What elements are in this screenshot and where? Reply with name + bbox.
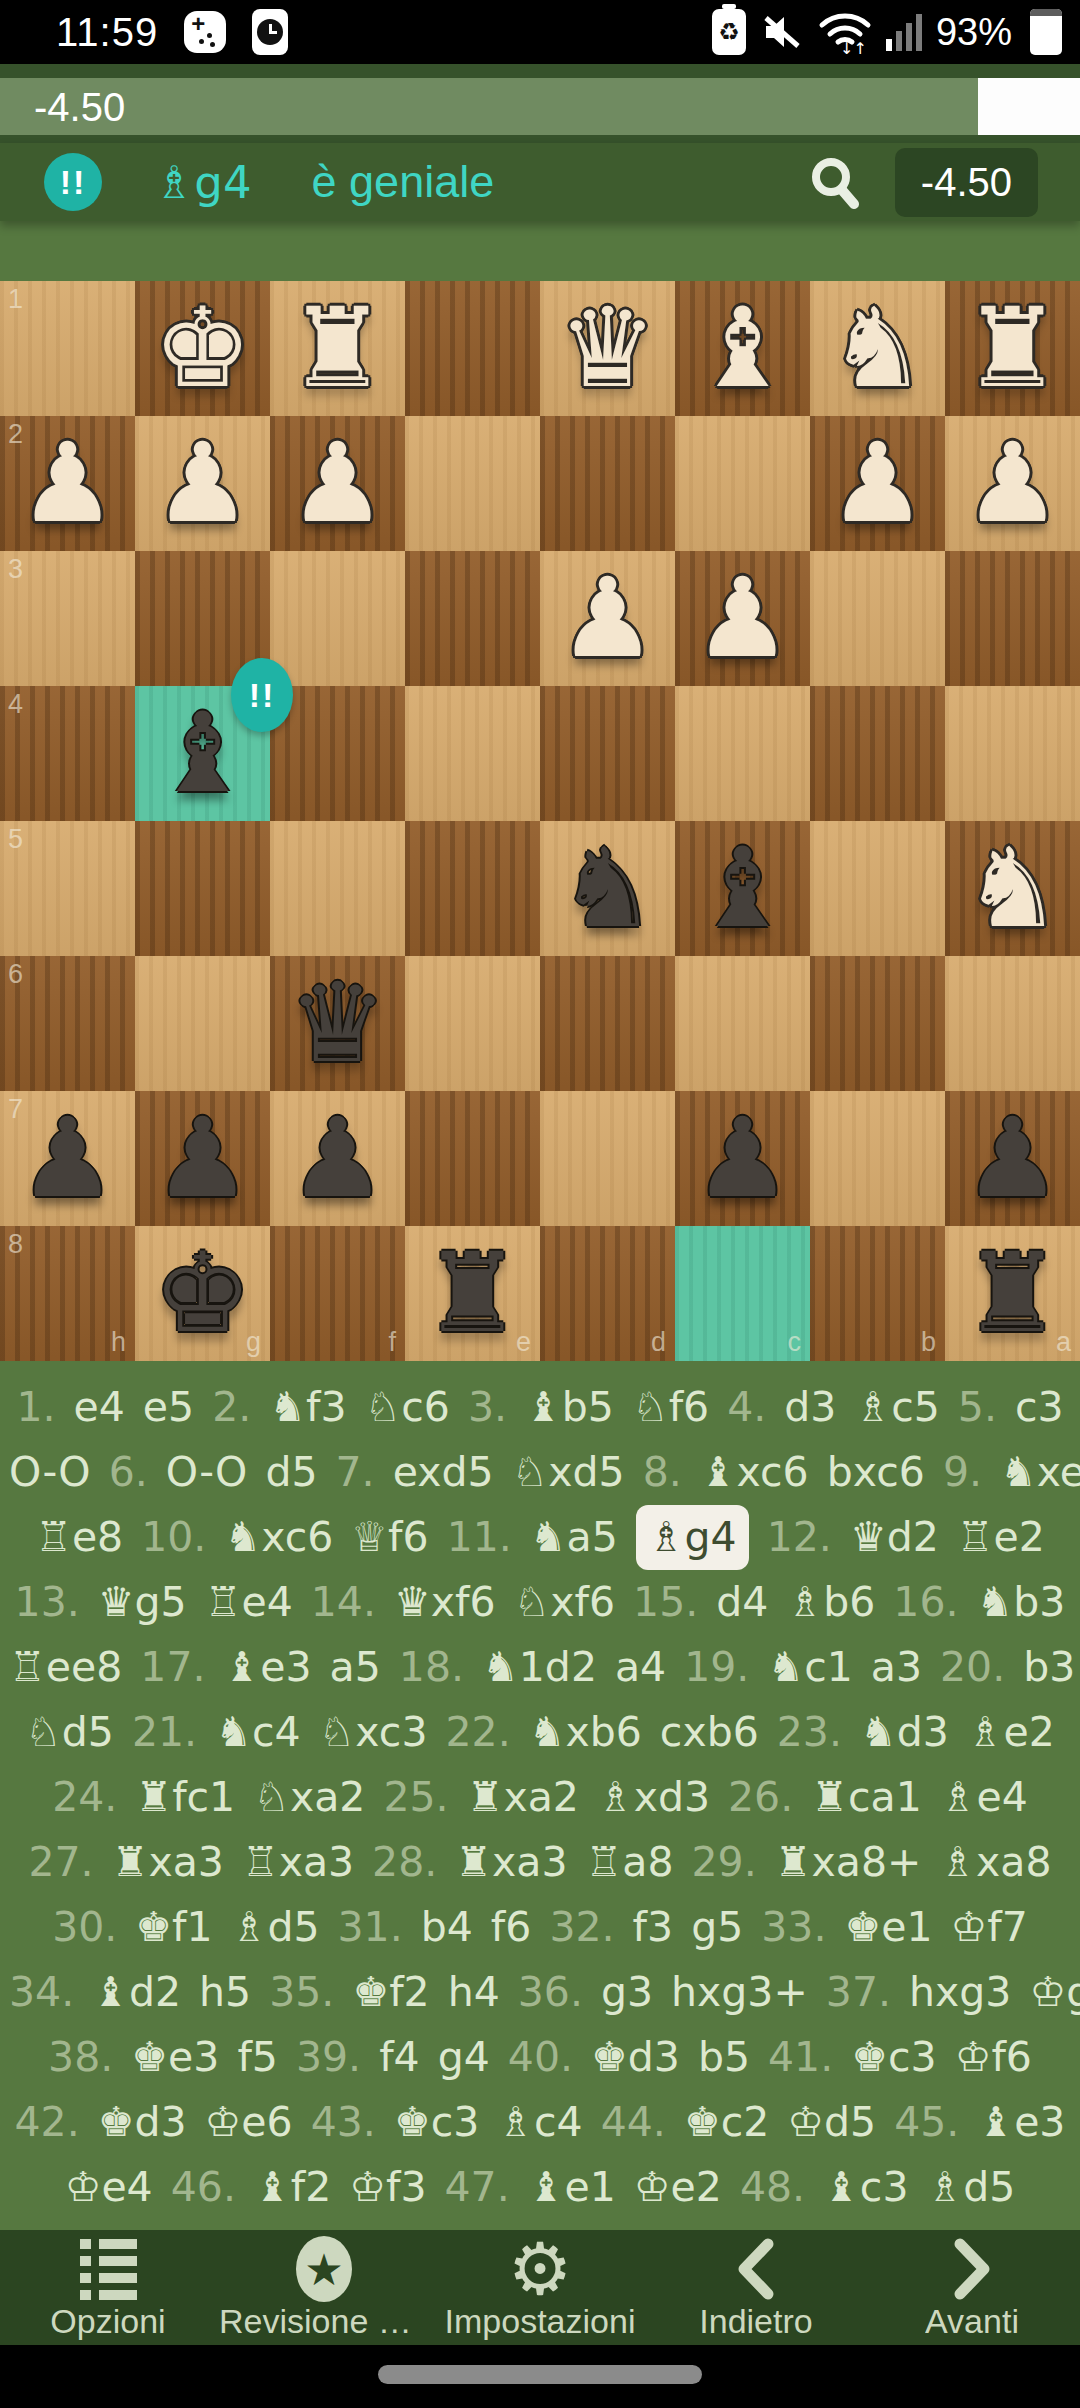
file-label: g [246,1327,261,1358]
move-token[interactable]: ♜xa8+ [775,1830,922,1895]
gear-icon: ⚙ [508,2238,573,2300]
move-token[interactable]: ♞f3 [269,1375,346,1440]
move-token[interactable]: ♞c4 [215,1700,300,1765]
move-number: 26. [728,1765,793,1830]
svg-text:↓↑: ↓↑ [840,39,867,55]
move-line: 24.♜fc1♘xa225.♜xa2♗xd326.♜ca1♗e4 [0,1765,1080,1830]
move-token[interactable]: ♞xe5 [1000,1440,1080,1505]
square-a4[interactable] [945,686,1080,821]
square-b7[interactable] [810,1091,945,1226]
square-c4[interactable] [675,686,810,821]
square-h3[interactable]: 3 [0,551,135,686]
square-g8[interactable]: g♚ [135,1226,270,1361]
move-token[interactable]: d3 [784,1375,836,1440]
move-token[interactable]: ♔f3 [349,2155,426,2220]
white-pawn-f2: ♟ [270,416,405,551]
move-number: 1. [16,1375,55,1440]
move-token[interactable]: ♔f6 [955,2025,1032,2090]
square-d3[interactable]: ♟ [540,551,675,686]
move-number: 23. [777,1700,842,1765]
nav-options-button[interactable]: Opzioni [0,2230,216,2345]
square-g2[interactable]: ♟ [135,416,270,551]
move-token[interactable]: ♘d5 [25,1700,114,1765]
move-number: 40. [508,2025,573,2090]
current-move-text: ♗g4 [154,156,252,209]
battery-icon [1030,9,1062,55]
move-token[interactable]: e4 [74,1375,125,1440]
move-token[interactable]: ♔d5 [787,2090,876,2155]
move-token[interactable]: ♝e1 [528,2155,616,2220]
white-rook-a1: ♜ [945,281,1080,416]
square-a1[interactable]: ♜ [945,281,1080,416]
move-token[interactable]: ♝b5 [525,1375,614,1440]
chevron-right-icon [952,2238,992,2300]
move-token[interactable]: b4 [421,1895,473,1960]
move-token[interactable]: ♚e3 [131,2025,219,2090]
black-pawn-f7: ♟ [270,1091,405,1226]
nav-game-review-button[interactable]: ★ Revisione part… [216,2230,432,2345]
square-d5[interactable]: ♞ [540,821,675,956]
move-number: 31. [338,1895,403,1960]
black-pawn-c7: ♟ [675,1091,810,1226]
home-indicator[interactable] [378,2365,702,2384]
move-comment-text: è geniale [312,156,495,208]
square-b1[interactable]: ♞ [810,281,945,416]
clock-text: 11:59 [56,10,158,55]
move-token[interactable]: ♖e8 [35,1505,123,1570]
move-token[interactable]: ♞xb6 [529,1700,642,1765]
square-b6[interactable] [810,956,945,1091]
square-d4[interactable] [540,686,675,821]
move-number: 36. [518,1960,583,2025]
move-token[interactable]: ♝xc6 [700,1440,809,1505]
mute-icon [760,10,804,54]
move-token[interactable]: b3 [1023,1635,1075,1700]
square-h2[interactable]: 2♟ [0,416,135,551]
move-token[interactable]: cxb6 [660,1700,759,1765]
rank-label: 3 [8,554,23,585]
file-label: d [651,1327,666,1358]
move-token[interactable]: e5 [143,1375,194,1440]
move-number: 18. [399,1635,464,1700]
square-g6[interactable] [135,956,270,1091]
move-number: 27. [28,1830,93,1895]
move-token[interactable]: ♗b6 [786,1570,875,1635]
square-f5[interactable] [270,821,405,956]
move-token[interactable]: exd5 [393,1440,494,1505]
square-h5[interactable]: 5 [0,821,135,956]
move-token[interactable]: ♔e4 [65,2155,153,2220]
square-a6[interactable] [945,956,1080,1091]
move-number: 30. [52,1895,117,1960]
move-token[interactable]: ♘xa2 [253,1765,365,1830]
move-line: ♔e446.♝f2♔f347.♝e1♔e248.♝c3♗d5 [0,2155,1080,2220]
clock-notification-icon [252,9,288,55]
rank-label: 5 [8,824,23,855]
move-line: 13.♛g5♖e414.♛xf6♘xf615.d4♗b616.♞b3 [0,1570,1080,1635]
move-number: 29. [692,1830,757,1895]
rank-label: 4 [8,689,23,720]
move-annotation-header: !! ♗g4 è geniale -4.50 [0,143,1080,221]
white-pawn-d3: ♟ [540,551,675,686]
move-token[interactable]: ♗e4 [940,1765,1028,1830]
square-c7[interactable]: ♟ [675,1091,810,1226]
move-number: 19. [684,1635,749,1700]
move-token[interactable]: ♗xa8 [939,1830,1051,1895]
signal-icon [886,13,922,51]
move-token[interactable]: ♞c1 [767,1635,852,1700]
move-token[interactable]: ♜fc1 [135,1765,235,1830]
black-pawn-g7: ♟ [135,1091,270,1226]
move-token[interactable]: g3 [601,1960,653,2025]
move-number: 44. [601,2090,666,2155]
move-token[interactable]: ♔e2 [634,2155,722,2220]
move-number: 13. [15,1570,80,1635]
square-f3[interactable] [270,551,405,686]
square-e7[interactable] [405,1091,540,1226]
move-token[interactable]: c3 [1015,1375,1064,1440]
square-d8[interactable]: d [540,1226,675,1361]
white-pawn-b2: ♟ [810,416,945,551]
move-number: 45. [894,2090,959,2155]
system-home-bar [0,2345,1080,2408]
move-number: 42. [15,2090,80,2155]
evaluation-white-segment [978,78,1080,135]
move-token[interactable]: a3 [871,1635,922,1700]
move-token[interactable]: f6 [491,1895,532,1960]
bottom-nav: Opzioni ★ Revisione part… ⚙ Impostazioni… [0,2230,1080,2345]
battery-percent-text: 93% [936,11,1012,54]
move-token[interactable]: ♞xc6 [224,1505,333,1570]
brilliant-move-badge-icon: !! [44,153,102,211]
move-token[interactable]: f4 [379,2025,420,2090]
move-token[interactable]: ♗xd3 [597,1765,710,1830]
move-line: ♘d521.♞c4♘xc322.♞xb6cxb623.♞d3♗e2 [0,1700,1080,1765]
move-number: 24. [52,1765,117,1830]
file-label: b [921,1327,936,1358]
move-token[interactable]: ♗c5 [854,1375,939,1440]
white-pawn-a2: ♟ [945,416,1080,551]
file-label: f [388,1327,396,1358]
move-number: 11. [447,1505,512,1570]
file-label: a [1056,1327,1071,1358]
current-move-highlight[interactable]: ♗g4 [636,1505,749,1570]
move-number: 16. [893,1570,958,1635]
star-circle-icon: ★ [296,2236,352,2302]
white-king-g1: ♚ [135,281,270,416]
square-d7[interactable] [540,1091,675,1226]
file-label: c [788,1327,802,1358]
square-g5[interactable] [135,821,270,956]
square-e8[interactable]: e♜ [405,1226,540,1361]
move-token[interactable]: ♞1d2 [482,1635,597,1700]
move-token[interactable]: ♔f7 [951,1895,1028,1960]
move-token[interactable]: a5 [330,1635,381,1700]
move-token[interactable]: ♝e3 [977,2090,1065,2155]
game-notification-icon: + [184,11,226,53]
list-icon [80,2239,137,2300]
square-c3[interactable]: ♟ [675,551,810,686]
square-h1[interactable]: 1 [0,281,135,416]
square-h8[interactable]: 8h [0,1226,135,1361]
white-pawn-g2: ♟ [135,416,270,551]
move-number: 47. [445,2155,510,2220]
move-token[interactable]: ♗e2 [967,1700,1055,1765]
move-number: 35. [269,1960,334,2025]
move-token[interactable]: ♚c3 [851,2025,936,2090]
move-line: 1.e4e52.♞f3♘c63.♝b5♘f64.d3♗c55.c3 [0,1375,1080,1440]
move-token[interactable]: ♘f6 [632,1375,709,1440]
square-g7[interactable]: ♟ [135,1091,270,1226]
move-token[interactable]: ♘xf6 [514,1570,616,1635]
square-c6[interactable] [675,956,810,1091]
move-token[interactable]: O-O [9,1440,91,1505]
square-e6[interactable] [405,956,540,1091]
square-h7[interactable]: 7♟ [0,1091,135,1226]
move-token[interactable]: ♕f6 [351,1505,428,1570]
move-token[interactable]: ♝f2 [254,2155,331,2220]
move-number: 17. [140,1635,205,1700]
move-token[interactable]: ♘xd5 [512,1440,625,1505]
move-token[interactable]: h4 [448,1960,500,2025]
file-label: e [516,1327,531,1358]
move-number: 43. [311,2090,376,2155]
move-number: 38. [48,2025,113,2090]
move-token[interactable]: ♜xa2 [467,1765,579,1830]
square-d2[interactable] [540,416,675,551]
square-h4[interactable]: 4 [0,686,135,821]
square-b3[interactable] [810,551,945,686]
square-c1[interactable]: ♝ [675,281,810,416]
move-token[interactable]: f5 [237,2025,278,2090]
move-line: 27.♜xa3♖xa328.♜xa3♖a829.♜xa8+♗xa8 [0,1830,1080,1895]
move-list[interactable]: 1.e4e52.♞f3♘c63.♝b5♘f64.d3♗c55.c3O-O6.O-… [0,1361,1080,2230]
black-queen-f6: ♛ [270,956,405,1091]
square-b5[interactable] [810,821,945,956]
move-number: 22. [445,1700,510,1765]
move-token[interactable]: f3 [633,1895,674,1960]
move-token[interactable]: ♝c3 [823,2155,908,2220]
move-number: 8. [643,1440,682,1505]
rank-label: 2 [8,419,23,450]
move-token[interactable]: d4 [716,1570,768,1635]
move-number: 41. [768,2025,833,2090]
move-number: 21. [132,1700,197,1765]
move-line: 38.♚e3f539.f4g440.♚d3b541.♚c3♔f6 [0,2025,1080,2090]
move-number: 6. [109,1440,148,1505]
square-h6[interactable]: 6 [0,956,135,1091]
move-token[interactable]: d5 [265,1440,317,1505]
move-number: 3. [468,1375,507,1440]
move-token[interactable]: g4 [438,2025,490,2090]
square-f1[interactable]: ♜ [270,281,405,416]
move-number: 37. [826,1960,891,2025]
move-number: 28. [372,1830,437,1895]
move-number: 33. [761,1895,826,1960]
move-token[interactable]: ♝d2 [92,1960,181,2025]
move-line: 42.♚d3♔e643.♚c3♗c444.♚c2♔d545.♝e3 [0,2090,1080,2155]
move-token[interactable]: ♗d5 [926,2155,1015,2220]
square-e1[interactable] [405,281,540,416]
rank-label: 6 [8,959,23,990]
move-token[interactable]: ♖e2 [957,1505,1045,1570]
move-line: ♖e810.♞xc6♕f611.♞a5♗g412.♛d2♖e2 [0,1505,1080,1570]
move-line: O-O6.O-Od57.exd5♘xd58.♝xc6bxc69.♞xe5 [0,1440,1080,1505]
wifi-icon: ↓↑ [818,9,872,55]
rank-label: 8 [8,1229,23,1260]
square-a7[interactable]: ♟ [945,1091,1080,1226]
square-c8[interactable]: c [675,1226,810,1361]
white-rook-f1: ♜ [270,281,405,416]
move-number: 4. [727,1375,766,1440]
nav-back-button[interactable]: Indietro [648,2230,864,2345]
move-number: 7. [336,1440,375,1505]
move-number: 10. [141,1505,206,1570]
move-token[interactable]: ♚d3 [591,2025,680,2090]
square-g1[interactable]: ♚ [135,281,270,416]
white-bishop-c1: ♝ [675,281,810,416]
status-bar: 11:59 + ♻ ↓↑ 93% [0,0,1080,64]
evaluation-score-text: -4.50 [34,84,125,129]
chevron-left-icon [736,2238,776,2300]
move-token[interactable]: ♝e3 [224,1635,312,1700]
move-token[interactable]: ♘xc3 [319,1700,428,1765]
move-token[interactable]: ♚e1 [844,1895,932,1960]
move-token[interactable]: ♚d3 [98,2090,187,2155]
square-d6[interactable] [540,956,675,1091]
move-token[interactable]: ♚c3 [394,2090,479,2155]
move-token[interactable]: ♛d2 [850,1505,939,1570]
square-e4[interactable] [405,686,540,821]
move-number: 12. [767,1505,832,1570]
move-token[interactable]: ♗c4 [497,2090,582,2155]
white-queen-d1: ♛ [540,281,675,416]
spacer [0,221,1080,281]
app-screen: 11:59 + ♻ ↓↑ 93% [0,0,1080,2408]
move-number: 5. [958,1375,997,1440]
move-number: 25. [383,1765,448,1830]
move-token[interactable]: ♛g5 [98,1570,187,1635]
search-icon[interactable] [807,153,865,211]
black-knight-d5: ♞ [540,821,675,956]
move-number: 39. [296,2025,361,2090]
move-token[interactable]: ♖xa3 [242,1830,354,1895]
square-b8[interactable]: b [810,1226,945,1361]
rank-label: 1 [8,284,23,315]
move-token[interactable]: ♚c2 [684,2090,769,2155]
move-number: 9. [943,1440,982,1505]
black-pawn-a7: ♟ [945,1091,1080,1226]
brilliant-move-square-badge: !! [231,658,293,732]
square-b2[interactable]: ♟ [810,416,945,551]
move-token[interactable]: ♛xf6 [394,1570,496,1635]
rank-label: 7 [8,1094,23,1125]
move-token[interactable]: O-O [166,1440,248,1505]
move-token[interactable]: ♞a5 [530,1505,618,1570]
nav-forward-button[interactable]: Avanti [864,2230,1080,2345]
move-token[interactable]: ♔e6 [205,2090,293,2155]
square-e5[interactable] [405,821,540,956]
square-a2[interactable]: ♟ [945,416,1080,551]
move-number: 34. [9,1960,74,2025]
move-token[interactable]: bxc6 [827,1440,925,1505]
battery-saver-icon: ♻ [712,9,746,55]
white-pawn-c3: ♟ [675,551,810,686]
square-a8[interactable]: a♜ [945,1226,1080,1361]
square-f8[interactable]: f [270,1226,405,1361]
square-f6[interactable]: ♛ [270,956,405,1091]
move-token[interactable]: ♔g6 [1029,1960,1080,2025]
move-token[interactable]: a4 [615,1635,666,1700]
chess-board[interactable]: 1♚♜♛♝♞♜2♟♟♟♟♟3♟♟4♝5♞♝♞6♛7♟♟♟♟♟8hg♚fe♜dcb… [0,281,1080,1361]
white-knight-a5: ♞ [945,821,1080,956]
move-token[interactable]: ♚f2 [352,1960,429,2025]
square-a5[interactable]: ♞ [945,821,1080,956]
move-line: ♖ee817.♝e3a518.♞1d2a419.♞c1a320.b3 [0,1635,1080,1700]
move-token[interactable]: ♚f1 [135,1895,212,1960]
square-c5[interactable]: ♝ [675,821,810,956]
move-token[interactable]: ♞d3 [860,1700,949,1765]
move-token[interactable]: b5 [698,2025,750,2090]
square-f7[interactable]: ♟ [270,1091,405,1226]
move-token[interactable]: ♜ca1 [811,1765,922,1830]
white-knight-b1: ♞ [810,281,945,416]
move-number: 20. [940,1635,1005,1700]
square-f2[interactable]: ♟ [270,416,405,551]
move-token[interactable]: h5 [199,1960,251,2025]
square-b4[interactable] [810,686,945,821]
file-label: h [111,1327,126,1358]
move-number: 48. [740,2155,805,2220]
evaluation-badge: -4.50 [895,148,1038,217]
move-number: 2. [212,1375,251,1440]
square-e2[interactable] [405,416,540,551]
black-bishop-c5: ♝ [675,821,810,956]
square-e3[interactable] [405,551,540,686]
move-token[interactable]: hxg3+ [671,1960,808,2025]
move-number: 46. [171,2155,236,2220]
move-token[interactable]: g5 [691,1895,743,1960]
move-token[interactable]: ♜xa3 [455,1830,567,1895]
evaluation-bar[interactable]: -4.50 [0,78,1080,135]
move-line: 34.♝d2h535.♚f2h436.g3hxg3+37.hxg3♔g6 [0,1960,1080,2025]
move-number: 14. [311,1570,376,1635]
move-number: 15. [633,1570,698,1635]
move-token[interactable]: ♖ee8 [9,1635,122,1700]
evaluation-zone: -4.50 [0,64,1080,143]
move-token[interactable]: ♖e4 [205,1570,293,1635]
nav-settings-button[interactable]: ⚙ Impostazioni [432,2230,648,2345]
move-token[interactable]: ♞b3 [977,1570,1066,1635]
move-token[interactable]: hxg3 [909,1960,1011,2025]
move-number: 32. [549,1895,614,1960]
square-c2[interactable] [675,416,810,551]
square-d1[interactable]: ♛ [540,281,675,416]
move-token[interactable]: ♗d5 [231,1895,320,1960]
move-token[interactable]: ♜xa3 [112,1830,224,1895]
move-line: 30.♚f1♗d531.b4f632.f3g533.♚e1♔f7 [0,1895,1080,1960]
move-token[interactable]: ♘c6 [365,1375,450,1440]
square-a3[interactable] [945,551,1080,686]
move-token[interactable]: ♖a8 [586,1830,674,1895]
